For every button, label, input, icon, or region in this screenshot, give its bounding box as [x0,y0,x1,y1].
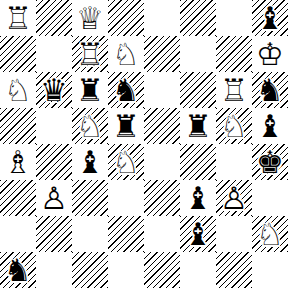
piece-glyph: ♞ [256,72,284,108]
square-d7[interactable]: ♞♘ [108,36,144,72]
square-e6[interactable] [144,72,180,108]
square-h4[interactable]: ♚♚ [252,144,288,180]
square-c5[interactable]: ♞♘ [72,108,108,144]
square-a1[interactable]: ♞♞ [0,252,36,288]
piece-black-queen[interactable]: ♛♛ [36,72,72,108]
square-f6[interactable] [180,72,216,108]
chess-board: ♜♖♛♕♝♝♜♖♞♘♚♔♞♘♛♛♜♜♞♞♜♖♞♞♞♘♜♜♜♜♞♘♝♝♝♗♝♝♞♘… [0,0,288,288]
square-f5[interactable]: ♜♜ [180,108,216,144]
piece-glyph: ♖ [76,36,104,72]
piece-white-king[interactable]: ♚♔ [252,36,288,72]
square-c1[interactable] [72,252,108,288]
piece-glyph: ♙ [220,180,248,216]
square-e8[interactable] [144,0,180,36]
square-g7[interactable] [216,36,252,72]
piece-black-rook[interactable]: ♜♜ [180,108,216,144]
piece-glyph: ♚ [256,144,284,180]
piece-glyph: ♜ [112,108,140,144]
square-c7[interactable]: ♜♖ [72,36,108,72]
square-d4[interactable]: ♞♘ [108,144,144,180]
square-a8[interactable]: ♜♖ [0,0,36,36]
piece-white-rook[interactable]: ♜♖ [72,36,108,72]
piece-white-knight[interactable]: ♞♘ [108,144,144,180]
piece-glyph: ♘ [112,144,140,180]
piece-black-knight[interactable]: ♞♞ [108,72,144,108]
square-g4[interactable] [216,144,252,180]
piece-glyph: ♘ [76,108,104,144]
piece-white-pawn[interactable]: ♟♙ [36,180,72,216]
square-g5[interactable]: ♞♘ [216,108,252,144]
square-a4[interactable]: ♝♗ [0,144,36,180]
square-g8[interactable] [216,0,252,36]
piece-glyph: ♝ [256,108,284,144]
square-b3[interactable]: ♟♙ [36,180,72,216]
square-f4[interactable] [180,144,216,180]
square-e3[interactable] [144,180,180,216]
piece-glyph: ♜ [184,108,212,144]
square-h1[interactable] [252,252,288,288]
piece-glyph: ♛ [40,72,68,108]
square-a6[interactable]: ♞♘ [0,72,36,108]
square-d8[interactable] [108,0,144,36]
piece-glyph: ♙ [40,180,68,216]
square-a2[interactable] [0,216,36,252]
piece-glyph: ♝ [184,216,212,252]
piece-glyph: ♜ [76,72,104,108]
square-d3[interactable] [108,180,144,216]
piece-black-bishop[interactable]: ♝♝ [180,216,216,252]
piece-black-knight[interactable]: ♞♞ [252,72,288,108]
square-c3[interactable] [72,180,108,216]
piece-black-rook[interactable]: ♜♜ [72,72,108,108]
square-e4[interactable] [144,144,180,180]
piece-glyph: ♞ [4,252,32,288]
square-c4[interactable]: ♝♝ [72,144,108,180]
square-b6[interactable]: ♛♛ [36,72,72,108]
piece-glyph: ♘ [4,72,32,108]
piece-glyph: ♝ [76,144,104,180]
square-e2[interactable] [144,216,180,252]
piece-white-knight[interactable]: ♞♘ [252,216,288,252]
square-g1[interactable] [216,252,252,288]
piece-white-bishop[interactable]: ♝♗ [0,144,36,180]
square-f8[interactable] [180,0,216,36]
piece-white-rook[interactable]: ♜♖ [216,72,252,108]
square-c6[interactable]: ♜♜ [72,72,108,108]
square-h5[interactable]: ♝♝ [252,108,288,144]
square-h8[interactable]: ♝♝ [252,0,288,36]
square-d1[interactable] [108,252,144,288]
square-e1[interactable] [144,252,180,288]
square-a3[interactable] [0,180,36,216]
square-h3[interactable] [252,180,288,216]
square-f7[interactable] [180,36,216,72]
piece-white-knight[interactable]: ♞♘ [108,36,144,72]
piece-black-bishop[interactable]: ♝♝ [180,180,216,216]
piece-glyph: ♔ [256,36,284,72]
square-d5[interactable]: ♜♜ [108,108,144,144]
piece-white-knight[interactable]: ♞♘ [0,72,36,108]
square-g2[interactable] [216,216,252,252]
piece-black-bishop[interactable]: ♝♝ [252,108,288,144]
square-b1[interactable] [36,252,72,288]
piece-glyph: ♝ [256,0,284,36]
piece-white-rook[interactable]: ♜♖ [0,0,36,36]
square-b8[interactable] [36,0,72,36]
square-b5[interactable] [36,108,72,144]
square-e5[interactable] [144,108,180,144]
piece-black-king[interactable]: ♚♚ [252,144,288,180]
piece-white-knight[interactable]: ♞♘ [216,108,252,144]
piece-black-knight[interactable]: ♞♞ [0,252,36,288]
piece-black-bishop[interactable]: ♝♝ [252,0,288,36]
square-h7[interactable]: ♚♔ [252,36,288,72]
piece-glyph: ♘ [112,36,140,72]
square-a7[interactable] [0,36,36,72]
piece-black-bishop[interactable]: ♝♝ [72,144,108,180]
square-f3[interactable]: ♝♝ [180,180,216,216]
square-e7[interactable] [144,36,180,72]
piece-black-rook[interactable]: ♜♜ [108,108,144,144]
square-g3[interactable]: ♟♙ [216,180,252,216]
square-h6[interactable]: ♞♞ [252,72,288,108]
piece-glyph: ♝ [184,180,212,216]
square-d2[interactable] [108,216,144,252]
piece-glyph: ♞ [112,72,140,108]
square-h2[interactable]: ♞♘ [252,216,288,252]
square-g6[interactable]: ♜♖ [216,72,252,108]
square-d6[interactable]: ♞♞ [108,72,144,108]
square-c2[interactable] [72,216,108,252]
piece-glyph: ♕ [76,0,104,36]
piece-glyph: ♘ [256,216,284,252]
chess-diagram: ♜♖♛♕♝♝♜♖♞♘♚♔♞♘♛♛♜♜♞♞♜♖♞♞♞♘♜♜♜♜♞♘♝♝♝♗♝♝♞♘… [0,0,288,288]
piece-glyph: ♖ [220,72,248,108]
piece-glyph: ♗ [4,144,32,180]
square-f1[interactable] [180,252,216,288]
square-b2[interactable] [36,216,72,252]
square-f2[interactable]: ♝♝ [180,216,216,252]
square-b4[interactable] [36,144,72,180]
piece-glyph: ♘ [220,108,248,144]
square-a5[interactable] [0,108,36,144]
piece-glyph: ♖ [4,0,32,36]
piece-white-pawn[interactable]: ♟♙ [216,180,252,216]
piece-white-queen[interactable]: ♛♕ [72,0,108,36]
piece-white-knight[interactable]: ♞♘ [72,108,108,144]
square-b7[interactable] [36,36,72,72]
square-c8[interactable]: ♛♕ [72,0,108,36]
